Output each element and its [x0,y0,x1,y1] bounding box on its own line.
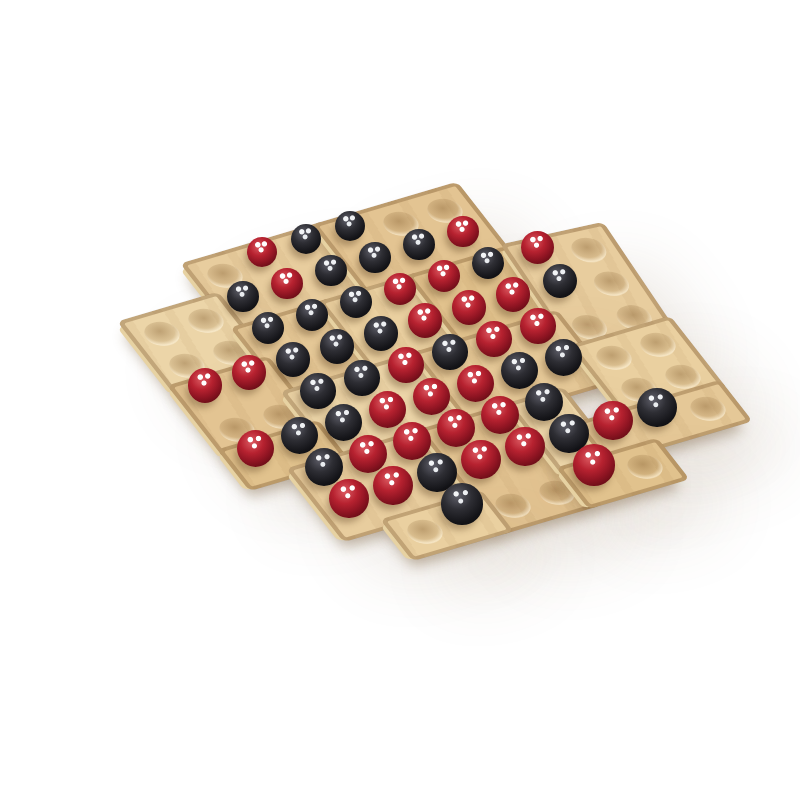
red-marble-c7r7[interactable] [593,401,633,441]
red-marble-c2r6[interactable] [349,435,387,473]
red-marble-c7r3[interactable] [496,277,530,311]
black-marble-c8r3[interactable] [543,264,577,298]
red-marble-c8r2[interactable] [521,231,554,264]
black-marble-c1r5[interactable] [281,417,318,454]
kulami-board [0,0,800,800]
red-marble-c5r5[interactable] [457,365,494,402]
red-marble-c4r7[interactable] [461,440,501,480]
red-marble-c6r3[interactable] [452,290,486,324]
black-marble-c6r5[interactable] [501,352,538,389]
empty-hole-c9r7[interactable] [684,393,732,425]
black-marble-c5r4[interactable] [432,334,468,370]
black-marble-c5r0[interactable] [335,211,365,241]
red-marble-c3r1[interactable] [271,268,302,299]
red-marble-c6r4[interactable] [476,321,512,357]
red-marble-c3r0[interactable] [247,237,277,267]
black-marble-c6r1[interactable] [403,229,434,260]
black-marble-c2r1[interactable] [227,281,258,312]
red-marble-c6r8[interactable] [573,444,614,485]
red-marble-c7r1[interactable] [447,216,478,247]
empty-hole-c9r2[interactable] [565,235,612,265]
empty-hole-c9r5[interactable] [634,329,682,361]
black-marble-c7r5[interactable] [545,339,582,376]
black-marble-c1r6[interactable] [305,448,343,486]
black-marble-c4r0[interactable] [291,224,321,254]
black-marble-c2r3[interactable] [276,342,310,376]
black-marble-c4r3[interactable] [364,316,398,350]
black-marble-c4r1[interactable] [315,255,346,286]
empty-hole-c7r8[interactable] [621,451,669,483]
red-marble-c1r7[interactable] [329,479,369,519]
red-marble-c0r5[interactable] [237,430,274,467]
red-marble-c4r5[interactable] [413,378,450,415]
red-marble-c5r6[interactable] [481,396,519,434]
red-marble-c1r3[interactable] [232,355,266,389]
black-marble-c8r7[interactable] [637,388,677,428]
red-marble-c4r6[interactable] [437,409,475,447]
red-marble-c5r7[interactable] [505,427,545,467]
photo-stage [0,0,800,800]
black-marble-c3r8[interactable] [441,483,482,524]
red-marble-c2r7[interactable] [373,466,413,506]
empty-hole-c0r1[interactable] [138,318,186,350]
empty-hole-c2r8[interactable] [401,516,449,548]
black-marble-c2r5[interactable] [325,404,362,441]
red-marble-c4r4[interactable] [388,347,424,383]
black-marble-c6r6[interactable] [525,383,563,421]
red-marble-c3r5[interactable] [369,391,406,428]
black-marble-c2r4[interactable] [300,373,336,409]
black-marble-c5r1[interactable] [359,242,390,273]
red-marble-c3r6[interactable] [393,422,431,460]
black-marble-c3r4[interactable] [344,360,380,396]
empty-hole-c1r1[interactable] [182,305,230,337]
empty-hole-c8r5[interactable] [590,342,638,374]
red-marble-c5r3[interactable] [408,303,442,337]
black-marble-c3r3[interactable] [320,329,354,363]
red-marble-c0r3[interactable] [188,368,222,402]
empty-hole-c9r3[interactable] [588,269,635,299]
red-marble-c7r4[interactable] [520,308,556,344]
